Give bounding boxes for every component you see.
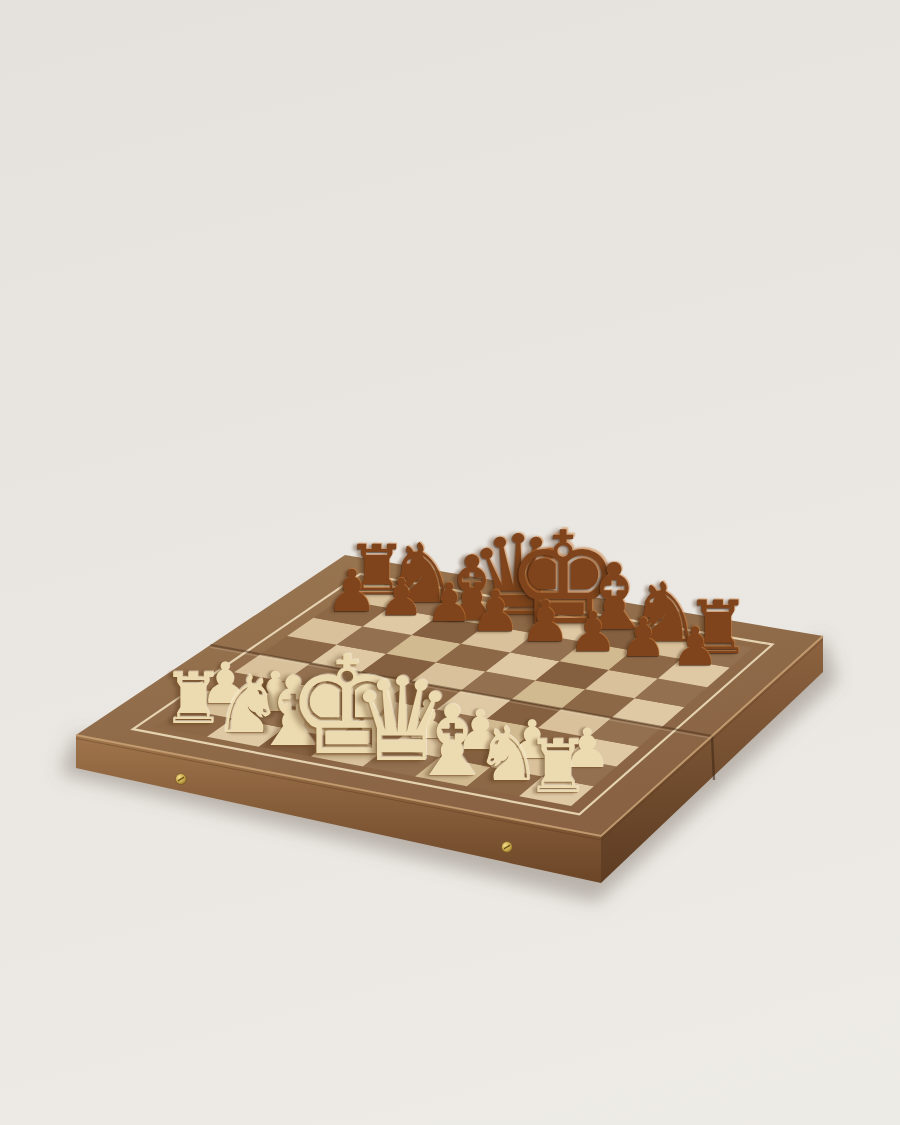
black-pawn-c7: ♟ (425, 583, 473, 623)
black-pawn-h7: ♟ (671, 627, 719, 667)
black-pawn-e7: ♟ (519, 600, 570, 643)
black-pawn-a7: ♟ (326, 570, 378, 614)
black-pawn-d7: ♟ (469, 590, 520, 633)
black-pawn-g7: ♟ (619, 618, 667, 658)
product-photo-scene: ♜♞♟♛♟♝♟♚♝♟♞♟♟♜♟♟♟♟♟♜♟♞♟♝♟♚♟♛♟♝♞♜ (0, 0, 900, 1125)
black-pawn-f7: ♟ (568, 612, 617, 653)
pieces-layer: ♜♞♟♛♟♝♟♚♝♟♞♟♟♜♟♟♟♟♟♜♟♞♟♝♟♚♟♛♟♝♞♜ (0, 0, 900, 1125)
white-rook-h1: ♜ (525, 740, 590, 795)
black-pawn-b7: ♟ (378, 579, 424, 617)
